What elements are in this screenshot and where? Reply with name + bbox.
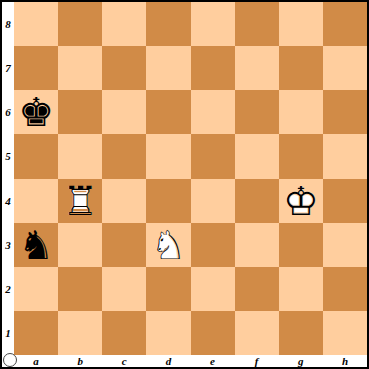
square-a4[interactable] [14,179,58,223]
file-label-b: b [58,355,102,367]
square-h8[interactable] [323,2,367,46]
square-c3[interactable] [102,223,146,267]
file-label-e: e [191,355,235,367]
square-h4[interactable] [323,179,367,223]
square-d5[interactable] [146,134,190,178]
square-a5[interactable] [14,134,58,178]
square-g1[interactable] [279,311,323,355]
square-a6[interactable]: ♚ [14,90,58,134]
rank-label-5: 5 [2,134,14,178]
square-h5[interactable] [323,134,367,178]
board-corner [2,355,14,367]
square-a3[interactable]: ♞ [14,223,58,267]
side-to-move-indicator [3,353,17,367]
file-label-h: h [323,355,367,367]
square-c1[interactable] [102,311,146,355]
square-d8[interactable] [146,2,190,46]
file-label-g: g [279,355,323,367]
square-c5[interactable] [102,134,146,178]
square-e7[interactable] [191,46,235,90]
square-b2[interactable] [58,267,102,311]
square-h7[interactable] [323,46,367,90]
file-label-c: c [102,355,146,367]
square-c7[interactable] [102,46,146,90]
square-d7[interactable] [146,46,190,90]
white-king: ♚♔ [279,179,323,223]
square-a1[interactable] [14,311,58,355]
white-king-outline: ♔ [279,179,323,223]
square-h6[interactable] [323,90,367,134]
file-label-a: a [14,355,58,367]
white-rook: ♜♖ [58,179,102,223]
square-b7[interactable] [58,46,102,90]
rank-label-2: 2 [2,267,14,311]
square-d6[interactable] [146,90,190,134]
square-g3[interactable] [279,223,323,267]
rank-label-3: 3 [2,223,14,267]
square-f6[interactable] [235,90,279,134]
chess-diagram: 876♚54♜♖♚♔3♞♞♘21abcdefgh [0,0,369,369]
rank-label-7: 7 [2,46,14,90]
square-b4[interactable]: ♜♖ [58,179,102,223]
square-b6[interactable] [58,90,102,134]
rank-label-1: 1 [2,311,14,355]
square-f8[interactable] [235,2,279,46]
square-g2[interactable] [279,267,323,311]
square-b5[interactable] [58,134,102,178]
square-b3[interactable] [58,223,102,267]
square-f2[interactable] [235,267,279,311]
square-g5[interactable] [279,134,323,178]
white-knight: ♞♘ [146,223,190,267]
square-g4[interactable]: ♚♔ [279,179,323,223]
square-b8[interactable] [58,2,102,46]
square-e6[interactable] [191,90,235,134]
square-d4[interactable] [146,179,190,223]
rank-label-6: 6 [2,90,14,134]
square-f3[interactable] [235,223,279,267]
square-f4[interactable] [235,179,279,223]
square-f5[interactable] [235,134,279,178]
black-king: ♚ [14,90,58,134]
square-f1[interactable] [235,311,279,355]
rank-label-4: 4 [2,179,14,223]
square-g6[interactable] [279,90,323,134]
square-e5[interactable] [191,134,235,178]
square-e8[interactable] [191,2,235,46]
file-label-f: f [235,355,279,367]
square-a8[interactable] [14,2,58,46]
file-label-d: d [146,355,190,367]
square-f7[interactable] [235,46,279,90]
square-c2[interactable] [102,267,146,311]
white-rook-outline: ♖ [58,179,102,223]
square-a7[interactable] [14,46,58,90]
square-h3[interactable] [323,223,367,267]
black-knight: ♞ [14,223,58,267]
white-knight-outline: ♘ [146,223,190,267]
square-c4[interactable] [102,179,146,223]
square-e4[interactable] [191,179,235,223]
square-e2[interactable] [191,267,235,311]
square-d1[interactable] [146,311,190,355]
square-h1[interactable] [323,311,367,355]
square-c6[interactable] [102,90,146,134]
square-e1[interactable] [191,311,235,355]
square-c8[interactable] [102,2,146,46]
square-g8[interactable] [279,2,323,46]
chess-board: 876♚54♜♖♚♔3♞♞♘21abcdefgh [2,2,367,367]
square-b1[interactable] [58,311,102,355]
square-a2[interactable] [14,267,58,311]
square-e3[interactable] [191,223,235,267]
square-h2[interactable] [323,267,367,311]
square-g7[interactable] [279,46,323,90]
square-d2[interactable] [146,267,190,311]
rank-label-8: 8 [2,2,14,46]
square-d3[interactable]: ♞♘ [146,223,190,267]
